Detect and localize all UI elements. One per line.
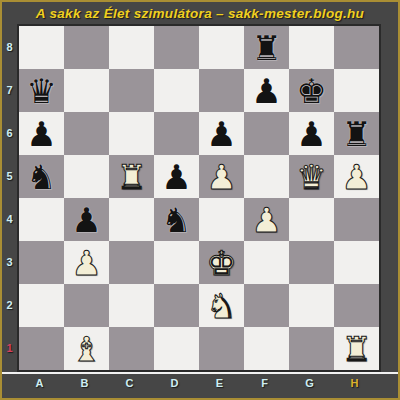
square-f1[interactable]	[244, 327, 289, 370]
square-a6[interactable]: ♟	[19, 112, 64, 155]
square-e1[interactable]	[199, 327, 244, 370]
square-f3[interactable]	[244, 241, 289, 284]
square-f6[interactable]	[244, 112, 289, 155]
square-c7[interactable]	[109, 69, 154, 112]
square-e2[interactable]: ♞	[199, 284, 244, 327]
black-queen: ♛	[26, 74, 56, 108]
black-pawn: ♟	[161, 160, 191, 194]
title-bar: A sakk az Élet szimulátora – sakk-mester…	[2, 2, 398, 24]
square-e6[interactable]: ♟	[199, 112, 244, 155]
square-c5[interactable]: ♜	[109, 155, 154, 198]
square-a3[interactable]	[19, 241, 64, 284]
square-f2[interactable]	[244, 284, 289, 327]
square-h4[interactable]	[334, 198, 379, 241]
rank-label-4: 4	[2, 198, 17, 241]
square-e8[interactable]	[199, 26, 244, 69]
square-e5[interactable]: ♟	[199, 155, 244, 198]
white-bishop: ♝	[71, 332, 101, 366]
file-labels: ABCDEFGH	[2, 374, 398, 391]
square-g4[interactable]	[289, 198, 334, 241]
file-label-c: C	[107, 377, 152, 389]
square-d5[interactable]: ♟	[154, 155, 199, 198]
rank-label-3: 3	[2, 241, 17, 284]
white-pawn: ♟	[251, 203, 281, 237]
square-b5[interactable]	[64, 155, 109, 198]
black-rook: ♜	[341, 117, 371, 151]
file-label-e: E	[197, 377, 242, 389]
file-label-h: H	[332, 377, 377, 389]
square-d4[interactable]: ♞	[154, 198, 199, 241]
square-a2[interactable]	[19, 284, 64, 327]
white-rook: ♜	[116, 160, 146, 194]
square-e3[interactable]: ♚	[199, 241, 244, 284]
square-a4[interactable]	[19, 198, 64, 241]
square-h3[interactable]	[334, 241, 379, 284]
square-a5[interactable]: ♞	[19, 155, 64, 198]
rank-label-8: 8	[2, 26, 17, 69]
white-king: ♚	[206, 246, 236, 280]
black-pawn: ♟	[26, 117, 56, 151]
square-g3[interactable]	[289, 241, 334, 284]
square-g6[interactable]: ♟	[289, 112, 334, 155]
black-pawn: ♟	[296, 117, 326, 151]
square-f7[interactable]: ♟	[244, 69, 289, 112]
square-a1[interactable]	[19, 327, 64, 370]
square-h6[interactable]: ♜	[334, 112, 379, 155]
square-e4[interactable]	[199, 198, 244, 241]
black-pawn: ♟	[71, 203, 101, 237]
rank-label-7: 7	[2, 69, 17, 112]
board: ♜♛♟♚♟♟♟♜♞♜♟♟♛♟♟♞♟♟♚♞♝♜	[17, 24, 381, 372]
square-a8[interactable]	[19, 26, 64, 69]
white-knight: ♞	[206, 289, 236, 323]
square-f5[interactable]	[244, 155, 289, 198]
square-b6[interactable]	[64, 112, 109, 155]
square-f4[interactable]: ♟	[244, 198, 289, 241]
black-pawn: ♟	[251, 74, 281, 108]
bottom-margin	[2, 391, 398, 398]
chess-diagram-frame: A sakk az Élet szimulátora – sakk-mester…	[0, 0, 400, 400]
square-h5[interactable]: ♟	[334, 155, 379, 198]
square-d8[interactable]	[154, 26, 199, 69]
square-d3[interactable]	[154, 241, 199, 284]
square-b8[interactable]	[64, 26, 109, 69]
black-pawn: ♟	[206, 117, 236, 151]
board-area: 87654321 ♜♛♟♚♟♟♟♜♞♜♟♟♛♟♟♞♟♟♚♞♝♜	[2, 24, 398, 372]
black-knight: ♞	[161, 203, 191, 237]
white-pawn: ♟	[71, 246, 101, 280]
file-label-a: A	[17, 377, 62, 389]
square-a7[interactable]: ♛	[19, 69, 64, 112]
square-b4[interactable]: ♟	[64, 198, 109, 241]
white-pawn: ♟	[341, 160, 371, 194]
square-g8[interactable]	[289, 26, 334, 69]
file-label-b: B	[62, 377, 107, 389]
white-rook: ♜	[341, 332, 371, 366]
square-b2[interactable]	[64, 284, 109, 327]
file-label-f: F	[242, 377, 287, 389]
square-c6[interactable]	[109, 112, 154, 155]
white-queen: ♛	[296, 160, 326, 194]
square-h1[interactable]: ♜	[334, 327, 379, 370]
file-label-g: G	[287, 377, 332, 389]
square-e7[interactable]	[199, 69, 244, 112]
square-c3[interactable]	[109, 241, 154, 284]
black-knight: ♞	[26, 160, 56, 194]
square-c4[interactable]	[109, 198, 154, 241]
square-f8[interactable]: ♜	[244, 26, 289, 69]
square-b1[interactable]: ♝	[64, 327, 109, 370]
square-b7[interactable]	[64, 69, 109, 112]
square-c1[interactable]	[109, 327, 154, 370]
square-h2[interactable]	[334, 284, 379, 327]
page-title: A sakk az Élet szimulátora – sakk-mester…	[36, 6, 364, 21]
square-b3[interactable]: ♟	[64, 241, 109, 284]
black-king: ♚	[296, 74, 326, 108]
rank-label-6: 6	[2, 112, 17, 155]
file-label-d: D	[152, 377, 197, 389]
rank-label-5: 5	[2, 155, 17, 198]
square-c2[interactable]	[109, 284, 154, 327]
rank-labels: 87654321	[2, 24, 17, 372]
black-rook: ♜	[251, 31, 281, 65]
rank-label-1: 1	[2, 327, 17, 370]
square-h8[interactable]	[334, 26, 379, 69]
square-g5[interactable]: ♛	[289, 155, 334, 198]
square-g2[interactable]	[289, 284, 334, 327]
square-d6[interactable]	[154, 112, 199, 155]
white-pawn: ♟	[206, 160, 236, 194]
square-g1[interactable]	[289, 327, 334, 370]
square-h7[interactable]	[334, 69, 379, 112]
square-g7[interactable]: ♚	[289, 69, 334, 112]
square-c8[interactable]	[109, 26, 154, 69]
square-d7[interactable]	[154, 69, 199, 112]
rank-label-2: 2	[2, 284, 17, 327]
square-d2[interactable]	[154, 284, 199, 327]
square-d1[interactable]	[154, 327, 199, 370]
